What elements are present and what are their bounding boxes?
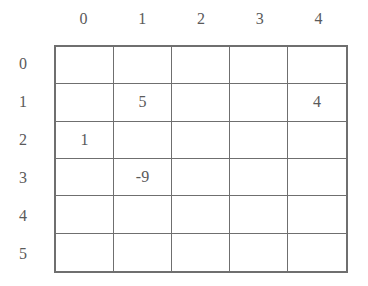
cell-r0c0 [56, 47, 114, 84]
col-header-0: 0 [54, 4, 113, 34]
cell-r2c0: 1 [56, 122, 114, 159]
row-header-3: 3 [0, 159, 46, 197]
cell-r5c4 [288, 234, 346, 271]
cell-r3c0 [56, 159, 114, 196]
cell-r3c2 [172, 159, 230, 196]
cell-r0c2 [172, 47, 230, 84]
col-header-3: 3 [230, 4, 289, 34]
cell-r1c0 [56, 84, 114, 121]
cell-r3c4 [288, 159, 346, 196]
cell-r2c3 [230, 122, 288, 159]
cell-r0c4 [288, 47, 346, 84]
cell-r2c1 [114, 122, 172, 159]
cell-r4c2 [172, 196, 230, 233]
row-header-4: 4 [0, 197, 46, 235]
cell-r5c3 [230, 234, 288, 271]
cell-r5c1 [114, 234, 172, 271]
col-header-1: 1 [113, 4, 172, 34]
cell-r3c1: -9 [114, 159, 172, 196]
grid-diagram: 01234 012345 541-9 [0, 0, 368, 286]
row-header-0: 0 [0, 45, 46, 83]
cell-r4c4 [288, 196, 346, 233]
cell-r0c1 [114, 47, 172, 84]
cell-r2c4 [288, 122, 346, 159]
col-header-4: 4 [289, 4, 348, 34]
cell-r1c1: 5 [114, 84, 172, 121]
row-header-2: 2 [0, 121, 46, 159]
cell-r5c0 [56, 234, 114, 271]
cell-r3c3 [230, 159, 288, 196]
cell-r4c3 [230, 196, 288, 233]
cell-r2c2 [172, 122, 230, 159]
col-header-2: 2 [172, 4, 231, 34]
cell-r1c2 [172, 84, 230, 121]
row-header-5: 5 [0, 235, 46, 273]
column-headers: 01234 [54, 4, 348, 34]
cell-r4c1 [114, 196, 172, 233]
cell-r4c0 [56, 196, 114, 233]
row-headers: 012345 [0, 45, 46, 273]
cell-r0c3 [230, 47, 288, 84]
cell-r5c2 [172, 234, 230, 271]
cell-r1c4: 4 [288, 84, 346, 121]
grid-board: 541-9 [54, 45, 348, 273]
cell-r1c3 [230, 84, 288, 121]
row-header-1: 1 [0, 83, 46, 121]
